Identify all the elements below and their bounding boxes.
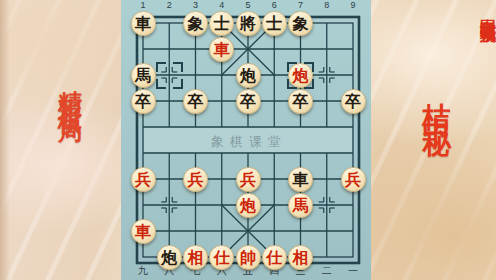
file-label-top-2: 2 [167,0,172,10]
piece-red-pawn[interactable]: 兵 [183,167,208,192]
piece-red-pawn[interactable]: 兵 [341,167,366,192]
file-label-top-8: 8 [324,0,329,10]
file-label-bottom-1: 九 [138,264,148,278]
piece-black-pawn[interactable]: 卒 [288,89,313,114]
file-label-top-6: 6 [272,0,277,10]
file-label-top-1: 1 [140,0,145,10]
piece-black-elephant[interactable]: 象 [183,11,208,36]
last-move-to-marker [287,62,314,89]
piece-black-horse[interactable]: 馬 [131,63,156,88]
piece-black-pawn[interactable]: 卒 [236,89,261,114]
last-move-from-marker [156,62,183,89]
file-label-top-4: 4 [219,0,224,10]
piece-black-advisor[interactable]: 士 [209,11,234,36]
right-title-book-name: 桔中秘 [417,80,455,122]
river-watermark: 象棋课堂 [121,133,371,151]
file-label-top-9: 9 [350,0,355,10]
piece-red-advisor[interactable]: 仕 [262,245,287,270]
piece-red-horse[interactable]: 馬 [288,193,313,218]
channel-title: 中国象棋古谱视频 [477,6,496,14]
piece-black-pawn[interactable]: 卒 [131,89,156,114]
piece-black-pawn[interactable]: 卒 [183,89,208,114]
piece-black-general[interactable]: 將 [236,11,261,36]
left-title: 精彩棋局 [54,70,86,110]
piece-black-rook[interactable]: 車 [131,11,156,36]
marble-edge-shading [0,0,10,280]
piece-black-pawn[interactable]: 卒 [341,89,366,114]
file-label-top-7: 7 [298,0,303,10]
piece-red-rook[interactable]: 車 [131,219,156,244]
piece-red-elephant[interactable]: 相 [288,245,313,270]
piece-red-pawn[interactable]: 兵 [131,167,156,192]
piece-black-cannon[interactable]: 炮 [157,245,182,270]
piece-red-general[interactable]: 帥 [236,245,261,270]
piece-red-advisor[interactable]: 仕 [209,245,234,270]
piece-red-cannon[interactable]: 炮 [236,193,261,218]
piece-red-elephant[interactable]: 相 [183,245,208,270]
video-frame: { "game": "xiangqi (Chinese chess)", "po… [0,0,496,280]
file-label-bottom-9: 一 [348,264,358,278]
piece-black-elephant[interactable]: 象 [288,11,313,36]
piece-red-rook[interactable]: 車 [209,37,234,62]
piece-red-pawn[interactable]: 兵 [236,167,261,192]
xiangqi-board: 象棋课堂 123456789 九八七六五四三二一 車象士將士象車馬炮炮卒卒卒卒卒… [121,0,371,280]
file-label-top-3: 3 [193,0,198,10]
piece-black-rook[interactable]: 車 [288,167,313,192]
file-label-top-5: 5 [245,0,250,10]
file-label-bottom-8: 二 [322,264,332,278]
piece-black-advisor[interactable]: 士 [262,11,287,36]
piece-black-cannon[interactable]: 炮 [236,63,261,88]
